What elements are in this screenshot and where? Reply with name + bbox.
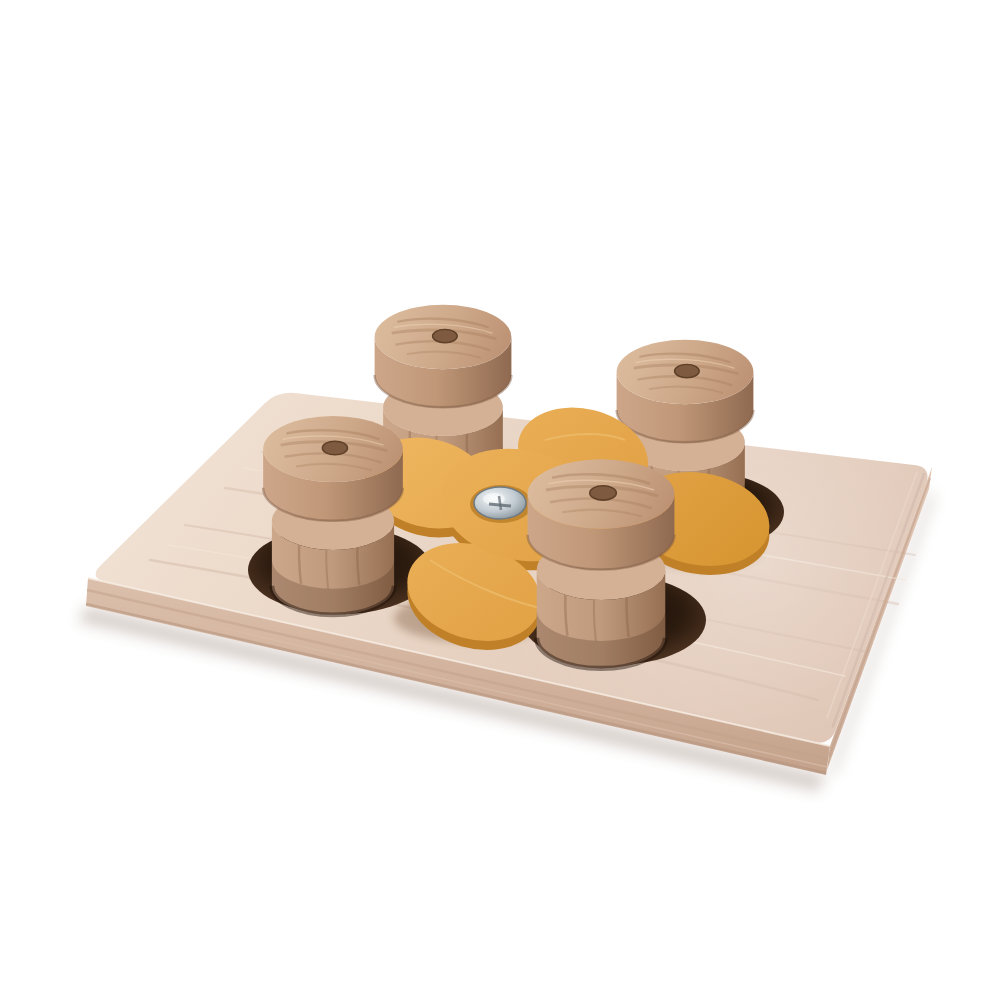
hub-screw (474, 487, 526, 519)
product-photo-wooden-puzzle (0, 0, 1000, 1000)
peg-B2-front-right (528, 459, 675, 668)
puzzle-scene-svg (0, 0, 1000, 1000)
peg-B1-front-left (263, 416, 403, 615)
